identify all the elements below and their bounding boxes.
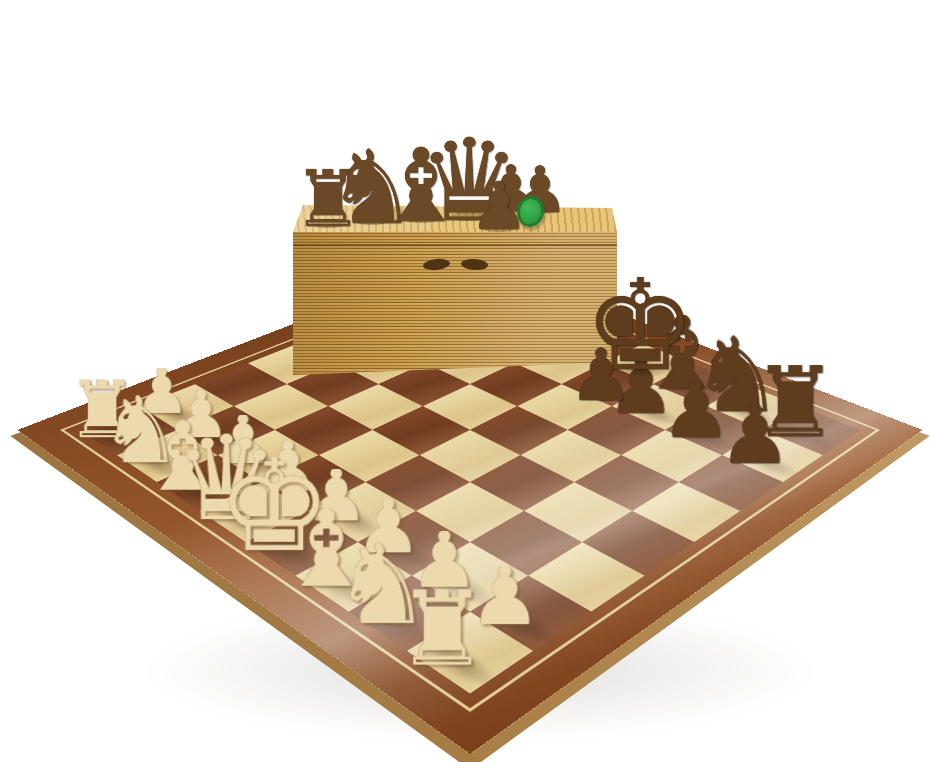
piece-glyph: ♜ [395,589,487,669]
chess-set-scene: ♜♞♝♛♚♝♞♜♟♟♟♟♟♟♟♟♝♞♜♟♟♟ ♜♞♝♛♟♟♟ ♚♟ [0,0,930,762]
piece-bP-e7[interactable]: ♟ [569,339,634,411]
piece-glyph: ♟ [718,403,791,467]
